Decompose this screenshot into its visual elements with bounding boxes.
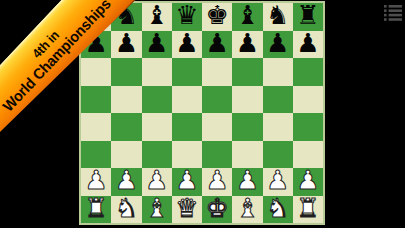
square-a1[interactable]: ♜: [81, 196, 111, 224]
square-d5[interactable]: [172, 86, 202, 114]
black-rook-piece: ♜: [296, 2, 319, 29]
white-pawn-piece: ♟: [266, 167, 289, 194]
square-e6[interactable]: [202, 58, 232, 86]
square-e8[interactable]: ♚: [202, 3, 232, 31]
menu-icon[interactable]: [384, 5, 402, 21]
square-c7[interactable]: ♟: [142, 31, 172, 59]
square-h1[interactable]: ♜: [293, 196, 323, 224]
square-c5[interactable]: [142, 86, 172, 114]
white-knight-piece: ♞: [115, 195, 138, 222]
square-h2[interactable]: ♟: [293, 168, 323, 196]
square-f6[interactable]: [232, 58, 262, 86]
square-c1[interactable]: ♝: [142, 196, 172, 224]
square-e1[interactable]: ♚: [202, 196, 232, 224]
black-pawn-piece: ♟: [236, 30, 259, 57]
square-e3[interactable]: [202, 141, 232, 169]
square-h3[interactable]: [293, 141, 323, 169]
white-knight-piece: ♞: [266, 195, 289, 222]
square-h6[interactable]: [293, 58, 323, 86]
square-a5[interactable]: [81, 86, 111, 114]
square-b1[interactable]: ♞: [111, 196, 141, 224]
square-f1[interactable]: ♝: [232, 196, 262, 224]
white-king-piece: ♚: [205, 195, 228, 222]
square-h4[interactable]: [293, 113, 323, 141]
menu-icon-bars: [384, 5, 402, 21]
square-e4[interactable]: [202, 113, 232, 141]
square-g5[interactable]: [263, 86, 293, 114]
white-rook-piece: ♜: [296, 195, 319, 222]
square-c3[interactable]: [142, 141, 172, 169]
black-knight-piece: ♞: [266, 2, 289, 29]
square-f3[interactable]: [232, 141, 262, 169]
square-d7[interactable]: ♟: [172, 31, 202, 59]
square-b6[interactable]: [111, 58, 141, 86]
black-king-piece: ♚: [205, 2, 228, 29]
square-h8[interactable]: ♜: [293, 3, 323, 31]
square-c2[interactable]: ♟: [142, 168, 172, 196]
square-a4[interactable]: [81, 113, 111, 141]
square-c6[interactable]: [142, 58, 172, 86]
white-bishop-piece: ♝: [236, 195, 259, 222]
black-bishop-piece: ♝: [145, 2, 168, 29]
square-e2[interactable]: ♟: [202, 168, 232, 196]
square-b5[interactable]: [111, 86, 141, 114]
square-g2[interactable]: ♟: [263, 168, 293, 196]
square-h7[interactable]: ♟: [293, 31, 323, 59]
square-d3[interactable]: [172, 141, 202, 169]
black-pawn-piece: ♟: [266, 30, 289, 57]
square-d8[interactable]: ♛: [172, 3, 202, 31]
chess-board: ♜♞♝♛♚♝♞♜♟♟♟♟♟♟♟♟♟♟♟♟♟♟♟♟♜♞♝♛♚♝♞♜: [79, 1, 325, 225]
square-d2[interactable]: ♟: [172, 168, 202, 196]
white-bishop-piece: ♝: [145, 195, 168, 222]
square-f4[interactable]: [232, 113, 262, 141]
square-d1[interactable]: ♛: [172, 196, 202, 224]
square-f7[interactable]: ♟: [232, 31, 262, 59]
white-pawn-piece: ♟: [175, 167, 198, 194]
square-d4[interactable]: [172, 113, 202, 141]
white-pawn-piece: ♟: [236, 167, 259, 194]
square-c4[interactable]: [142, 113, 172, 141]
white-pawn-piece: ♟: [205, 167, 228, 194]
black-queen-piece: ♛: [175, 2, 198, 29]
black-pawn-piece: ♟: [175, 30, 198, 57]
square-h5[interactable]: [293, 86, 323, 114]
black-pawn-piece: ♟: [145, 30, 168, 57]
black-bishop-piece: ♝: [236, 2, 259, 29]
black-pawn-piece: ♟: [115, 30, 138, 57]
square-a2[interactable]: ♟: [81, 168, 111, 196]
square-f8[interactable]: ♝: [232, 3, 262, 31]
square-a3[interactable]: [81, 141, 111, 169]
white-pawn-piece: ♟: [145, 167, 168, 194]
white-pawn-piece: ♟: [296, 167, 319, 194]
square-e7[interactable]: ♟: [202, 31, 232, 59]
square-a6[interactable]: [81, 58, 111, 86]
square-g3[interactable]: [263, 141, 293, 169]
square-f5[interactable]: [232, 86, 262, 114]
white-queen-piece: ♛: [175, 195, 198, 222]
square-g6[interactable]: [263, 58, 293, 86]
square-b7[interactable]: ♟: [111, 31, 141, 59]
square-g4[interactable]: [263, 113, 293, 141]
app-screen: ♜♞♝♛♚♝♞♜♟♟♟♟♟♟♟♟♟♟♟♟♟♟♟♟♜♞♝♛♚♝♞♜ 4th in …: [0, 0, 405, 228]
white-pawn-piece: ♟: [84, 167, 107, 194]
square-g1[interactable]: ♞: [263, 196, 293, 224]
square-b2[interactable]: ♟: [111, 168, 141, 196]
square-b4[interactable]: [111, 113, 141, 141]
white-rook-piece: ♜: [84, 195, 107, 222]
black-pawn-piece: ♟: [296, 30, 319, 57]
square-g8[interactable]: ♞: [263, 3, 293, 31]
square-d6[interactable]: [172, 58, 202, 86]
square-b3[interactable]: [111, 141, 141, 169]
square-g7[interactable]: ♟: [263, 31, 293, 59]
square-e5[interactable]: [202, 86, 232, 114]
square-f2[interactable]: ♟: [232, 168, 262, 196]
square-c8[interactable]: ♝: [142, 3, 172, 31]
white-pawn-piece: ♟: [115, 167, 138, 194]
black-pawn-piece: ♟: [205, 30, 228, 57]
